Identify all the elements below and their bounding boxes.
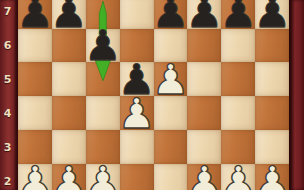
square-h5[interactable] (255, 62, 289, 96)
square-c2[interactable]: ♟ (86, 164, 120, 190)
chess-board: ♟♟♟♟♟♟♟♟♟♟♟♟♟♟♟♟ (18, 0, 289, 190)
square-e7[interactable]: ♟ (154, 0, 188, 29)
square-d7[interactable] (120, 0, 154, 29)
square-c4[interactable] (86, 96, 120, 130)
square-h4[interactable] (255, 96, 289, 130)
square-g5[interactable] (221, 62, 255, 96)
square-f5[interactable] (187, 62, 221, 96)
square-b7[interactable]: ♟ (52, 0, 86, 29)
black-pawn-e7[interactable]: ♟ (154, 0, 188, 30)
square-g2[interactable]: ♟ (221, 164, 255, 190)
rank-label-7: 7 (0, 5, 15, 18)
rank-label-4: 4 (0, 107, 15, 120)
square-f7[interactable]: ♟ (187, 0, 221, 29)
white-pawn-e5[interactable]: ♟ (154, 63, 188, 97)
chess-board-screenshot: ♟♟♟♟♟♟♟♟♟♟♟♟♟♟♟♟ 765432 (0, 0, 304, 190)
square-b2[interactable]: ♟ (52, 164, 86, 190)
white-pawn-c2[interactable]: ♟ (86, 165, 120, 190)
square-f2[interactable]: ♟ (187, 164, 221, 190)
rank-label-5: 5 (0, 73, 15, 86)
white-pawn-h2[interactable]: ♟ (255, 165, 289, 190)
square-d4[interactable]: ♟ (120, 96, 154, 130)
square-f4[interactable] (187, 96, 221, 130)
white-pawn-d4[interactable]: ♟ (120, 97, 154, 131)
square-h2[interactable]: ♟ (255, 164, 289, 190)
square-e2[interactable] (154, 164, 188, 190)
square-a4[interactable] (18, 96, 52, 130)
black-pawn-c6[interactable]: ♟ (86, 30, 120, 64)
square-c6[interactable]: ♟ (86, 29, 120, 63)
rank-coordinates-rail (0, 0, 18, 190)
square-d2[interactable] (120, 164, 154, 190)
black-pawn-a7[interactable]: ♟ (18, 0, 52, 30)
square-g7[interactable]: ♟ (221, 0, 255, 29)
white-pawn-a2[interactable]: ♟ (18, 165, 52, 190)
rank-label-2: 2 (0, 175, 15, 188)
square-a7[interactable]: ♟ (18, 0, 52, 29)
square-g4[interactable] (221, 96, 255, 130)
square-a5[interactable] (18, 62, 52, 96)
board-frame-right (289, 0, 304, 190)
rank-label-6: 6 (0, 39, 15, 52)
square-e5[interactable]: ♟ (154, 62, 188, 96)
white-pawn-g2[interactable]: ♟ (221, 165, 255, 190)
black-pawn-g7[interactable]: ♟ (221, 0, 255, 30)
white-pawn-b2[interactable]: ♟ (52, 165, 86, 190)
black-pawn-h7[interactable]: ♟ (255, 0, 289, 30)
rank-label-3: 3 (0, 141, 15, 154)
square-a2[interactable]: ♟ (18, 164, 52, 190)
black-pawn-b7[interactable]: ♟ (52, 0, 86, 30)
square-b5[interactable] (52, 62, 86, 96)
white-pawn-f2[interactable]: ♟ (187, 165, 221, 190)
square-e3[interactable] (154, 130, 188, 164)
black-pawn-f7[interactable]: ♟ (187, 0, 221, 30)
square-h7[interactable]: ♟ (255, 0, 289, 29)
square-b4[interactable] (52, 96, 86, 130)
